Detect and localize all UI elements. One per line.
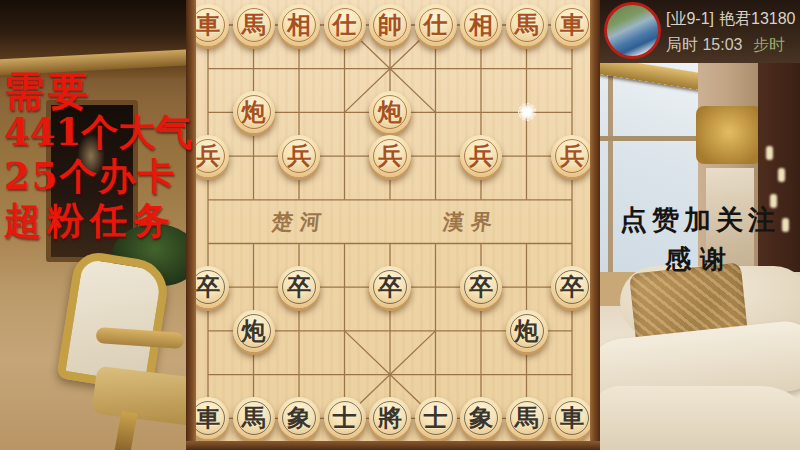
piece-black-士[interactable]: 士 (415, 397, 457, 439)
piece-red-馬[interactable]: 馬 (506, 4, 548, 46)
window-frame-bar (600, 136, 700, 141)
game-time-label: 局时 (666, 36, 698, 53)
piece-black-車[interactable]: 車 (551, 397, 593, 439)
sofa-front-cushion (600, 386, 800, 450)
gold-chair-seat (91, 366, 186, 427)
board-frame-right (590, 0, 600, 450)
piece-black-卒[interactable]: 卒 (460, 266, 502, 308)
piece-black-將[interactable]: 將 (369, 397, 411, 439)
piece-black-象[interactable]: 象 (460, 397, 502, 439)
piece-red-車[interactable]: 車 (551, 4, 593, 46)
player-name: 艳君13180 (719, 10, 796, 27)
piece-red-炮[interactable]: 炮 (233, 91, 275, 133)
piece-red-兵[interactable]: 兵 (551, 135, 593, 177)
piece-black-馬[interactable]: 馬 (506, 397, 548, 439)
overlay-line: 25个办卡 (4, 152, 177, 202)
river-label-han-jie: 漢界 (442, 208, 501, 236)
piece-black-卒[interactable]: 卒 (369, 266, 411, 308)
avatar[interactable] (604, 2, 661, 59)
river-label-chu-he: 楚河 (271, 208, 330, 236)
piece-red-相[interactable]: 相 (278, 4, 320, 46)
last-move-origin-marker (518, 103, 536, 121)
piece-red-兵[interactable]: 兵 (460, 135, 502, 177)
live-stream-frame: 需要 441个大气 25个办卡 超粉任务 (0, 0, 800, 450)
chandelier-candle (766, 146, 773, 160)
player-identity: [业9-1]艳君13180 (666, 9, 796, 30)
game-time: 局时 15:03 (666, 35, 743, 56)
piece-black-卒[interactable]: 卒 (278, 266, 320, 308)
overlay-line: 超粉任务 (4, 196, 176, 246)
overlay-line: 点赞加关注 (600, 202, 800, 238)
piece-red-相[interactable]: 相 (460, 4, 502, 46)
piece-red-兵[interactable]: 兵 (278, 135, 320, 177)
step-time-label: 步时 (753, 35, 785, 56)
player-panel: [业9-1]艳君13180 局时 15:03 步时 (600, 0, 800, 63)
chandelier-candle (778, 168, 785, 182)
piece-black-士[interactable]: 士 (324, 397, 366, 439)
piece-red-馬[interactable]: 馬 (233, 4, 275, 46)
piece-red-仕[interactable]: 仕 (324, 4, 366, 46)
board-grid (186, 0, 600, 450)
gold-pillar-capital (696, 106, 762, 164)
board-frame-bottom (186, 441, 600, 450)
board-frame-left (186, 0, 196, 450)
gold-chair-leg (115, 411, 138, 450)
game-time-value: 15:03 (702, 36, 742, 53)
piece-black-象[interactable]: 象 (278, 397, 320, 439)
piece-black-馬[interactable]: 馬 (233, 397, 275, 439)
rank-badge: [业9-1] (666, 10, 714, 27)
piece-black-卒[interactable]: 卒 (551, 266, 593, 308)
piece-red-兵[interactable]: 兵 (369, 135, 411, 177)
xiangqi-board[interactable]: 楚河 漢界 車馬相仕帥仕相馬車炮炮兵兵兵兵兵卒卒卒卒卒炮炮車馬象士將士象馬車 (186, 0, 600, 450)
piece-black-炮[interactable]: 炮 (506, 310, 548, 352)
overlay-line: 441个大气 (4, 108, 192, 158)
piece-red-帥[interactable]: 帥 (369, 4, 411, 46)
overlay-line: 感谢 (600, 242, 800, 277)
like-follow-overlay: 点赞加关注 感谢 (600, 202, 800, 277)
piece-black-炮[interactable]: 炮 (233, 310, 275, 352)
piece-red-仕[interactable]: 仕 (415, 4, 457, 46)
